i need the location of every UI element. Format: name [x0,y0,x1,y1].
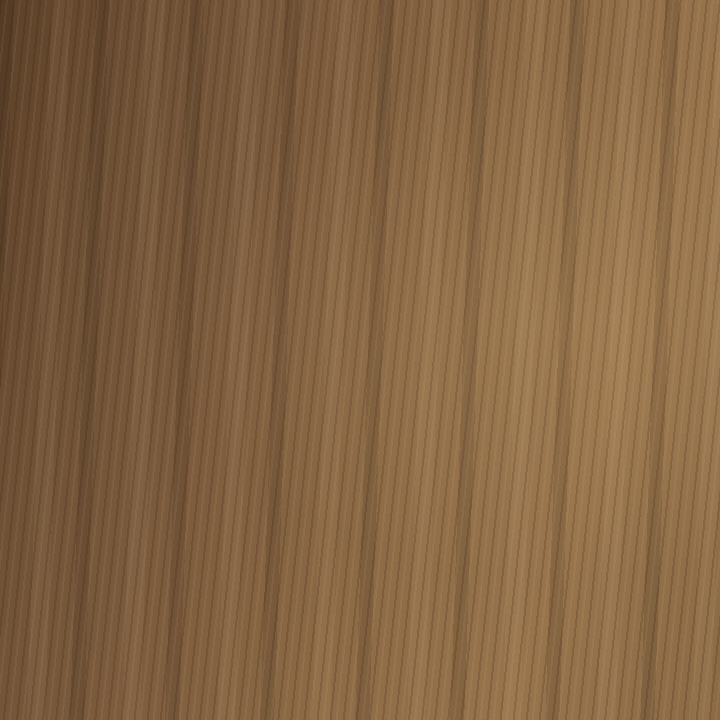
photo-scene [0,0,720,720]
pieces-layer [0,0,720,720]
